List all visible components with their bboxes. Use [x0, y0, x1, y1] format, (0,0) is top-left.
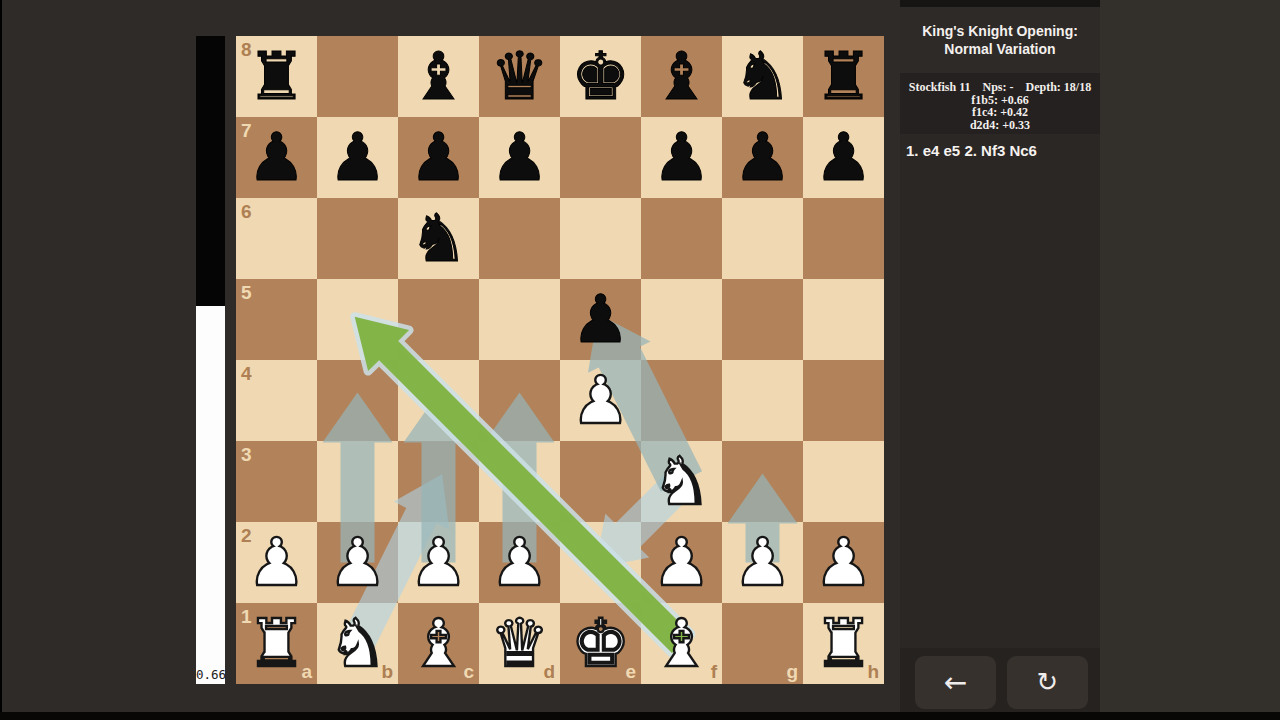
engine-line-3: d2d4: +0.33 — [900, 119, 1100, 131]
black-rook-a8[interactable]: ♜ — [236, 36, 317, 117]
opening-title-line1: King's Knight Opening: — [900, 22, 1100, 40]
black-bishop-f8[interactable]: ♝ — [641, 36, 722, 117]
white-pawn-e4[interactable]: ♟ — [560, 360, 641, 441]
restart-button[interactable]: ↻ — [1007, 656, 1088, 709]
back-button[interactable]: ← — [915, 656, 996, 709]
white-pawn-a2[interactable]: ♟ — [236, 522, 317, 603]
white-queen-d1[interactable]: ♛ — [479, 603, 560, 684]
white-pawn-d2[interactable]: ♟ — [479, 522, 560, 603]
white-rook-h1[interactable]: ♜ — [803, 603, 884, 684]
analysis-panel: King's Knight Opening: Normal Variation … — [900, 0, 1100, 712]
white-bishop-c1[interactable]: ♝ — [398, 603, 479, 684]
engine-depth: Depth: 18/18 — [1026, 81, 1092, 94]
engine-line-2: f1c4: +0.42 — [900, 106, 1100, 118]
black-knight-g8[interactable]: ♞ — [722, 36, 803, 117]
black-pawn-c7[interactable]: ♟ — [398, 117, 479, 198]
board-pieces: ♜♝♛♚♝♞♜♟♟♟♟♟♟♟♞♟♟♞♟♟♟♟♟♟♟♜♞♝♛♚♝♜ — [236, 36, 884, 684]
black-rook-h8[interactable]: ♜ — [803, 36, 884, 117]
white-pawn-h2[interactable]: ♟ — [803, 522, 884, 603]
evaluation-bar-white-part: 0.66 — [196, 306, 225, 684]
black-pawn-b7[interactable]: ♟ — [317, 117, 398, 198]
evaluation-value: 0.66 — [196, 667, 225, 682]
black-pawn-h7[interactable]: ♟ — [803, 117, 884, 198]
panel-top-strip — [900, 0, 1100, 7]
back-arrow-icon: ← — [944, 666, 967, 699]
restart-icon: ↻ — [1037, 667, 1059, 697]
black-pawn-g7[interactable]: ♟ — [722, 117, 803, 198]
white-pawn-b2[interactable]: ♟ — [317, 522, 398, 603]
background-right — [1100, 0, 1280, 712]
bottom-letterbox — [0, 712, 1280, 720]
opening-title: King's Knight Opening: Normal Variation — [900, 7, 1100, 73]
black-knight-c6[interactable]: ♞ — [398, 198, 479, 279]
engine-name: Stockfish 11 — [909, 81, 971, 94]
black-bishop-c8[interactable]: ♝ — [398, 36, 479, 117]
white-pawn-c2[interactable]: ♟ — [398, 522, 479, 603]
black-pawn-e5[interactable]: ♟ — [560, 279, 641, 360]
white-knight-b1[interactable]: ♞ — [317, 603, 398, 684]
controls-strip: ← ↻ — [900, 648, 1100, 712]
white-rook-a1[interactable]: ♜ — [236, 603, 317, 684]
black-king-e8[interactable]: ♚ — [560, 36, 641, 117]
black-queen-d8[interactable]: ♛ — [479, 36, 560, 117]
evaluation-bar-black-part — [196, 36, 225, 306]
left-edge-line — [0, 0, 2, 720]
move-list-text: 1. e4 e5 2. Nf3 Nc6 — [906, 142, 1037, 159]
white-pawn-f2[interactable]: ♟ — [641, 522, 722, 603]
white-king-e1[interactable]: ♚ — [560, 603, 641, 684]
white-bishop-f1[interactable]: ♝ — [641, 603, 722, 684]
engine-info: Stockfish 11 Nps: - Depth: 18/18 f1b5: +… — [900, 73, 1100, 134]
move-list: 1. e4 e5 2. Nf3 Nc6 — [900, 134, 1100, 648]
black-pawn-d7[interactable]: ♟ — [479, 117, 560, 198]
black-pawn-a7[interactable]: ♟ — [236, 117, 317, 198]
white-pawn-g2[interactable]: ♟ — [722, 522, 803, 603]
chess-board[interactable]: 87654321abcdefgh ♜♝♛♚♝♞♜♟♟♟♟♟♟♟♞♟♟♞♟♟♟♟♟… — [236, 36, 884, 684]
black-pawn-f7[interactable]: ♟ — [641, 117, 722, 198]
opening-title-line2: Normal Variation — [900, 40, 1100, 58]
evaluation-bar: 0.66 — [196, 36, 225, 684]
white-knight-f3[interactable]: ♞ — [641, 441, 722, 522]
app-frame: 0.66 87654321abcdefgh ♜♝♛♚♝♞♜♟♟♟♟♟♟♟♞♟♟♞… — [0, 0, 1280, 720]
